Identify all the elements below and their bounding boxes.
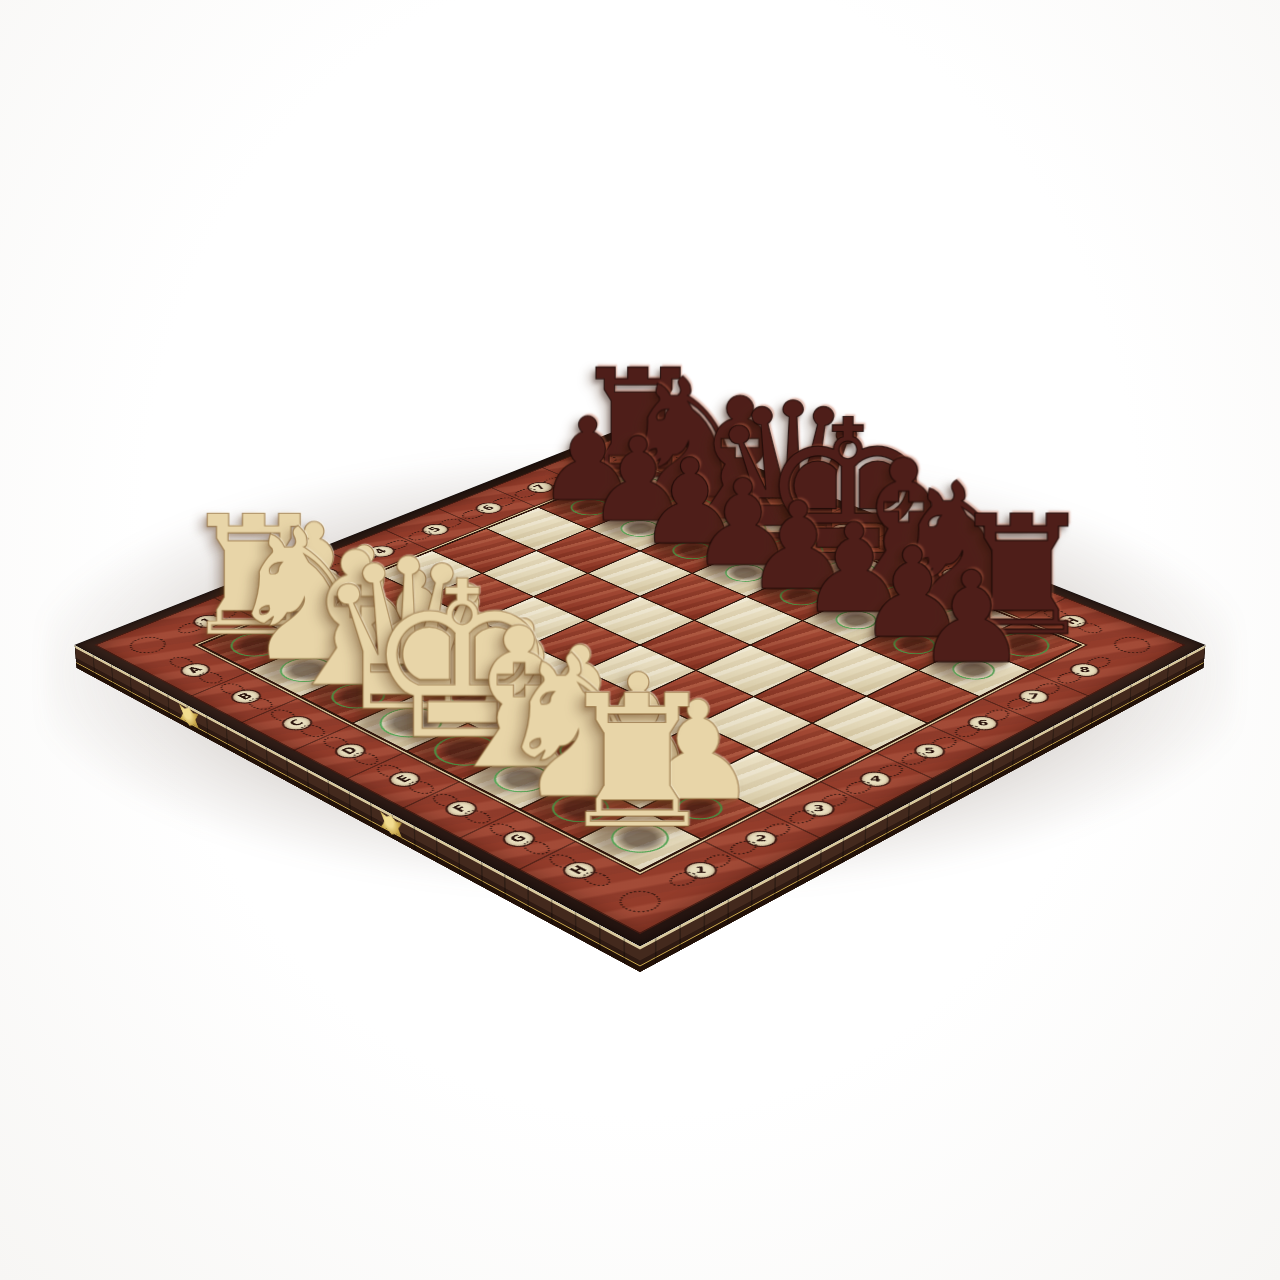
rank-label-6: 6 xyxy=(472,501,505,515)
rank-label-7: 7 xyxy=(524,481,556,494)
file-label-A: A xyxy=(673,460,705,473)
piece-glyph: ♟ xyxy=(915,558,1029,679)
product-photo-scene: ABCDEFGH ABCDEFGH 87654321 87654321 ♜♞♝♛… xyxy=(0,0,1280,1280)
file-label-C: C xyxy=(775,501,808,515)
file-label-B: B xyxy=(724,481,756,494)
rank-label-8: 8 xyxy=(575,460,607,473)
piece-glyph: ♜ xyxy=(555,676,720,850)
